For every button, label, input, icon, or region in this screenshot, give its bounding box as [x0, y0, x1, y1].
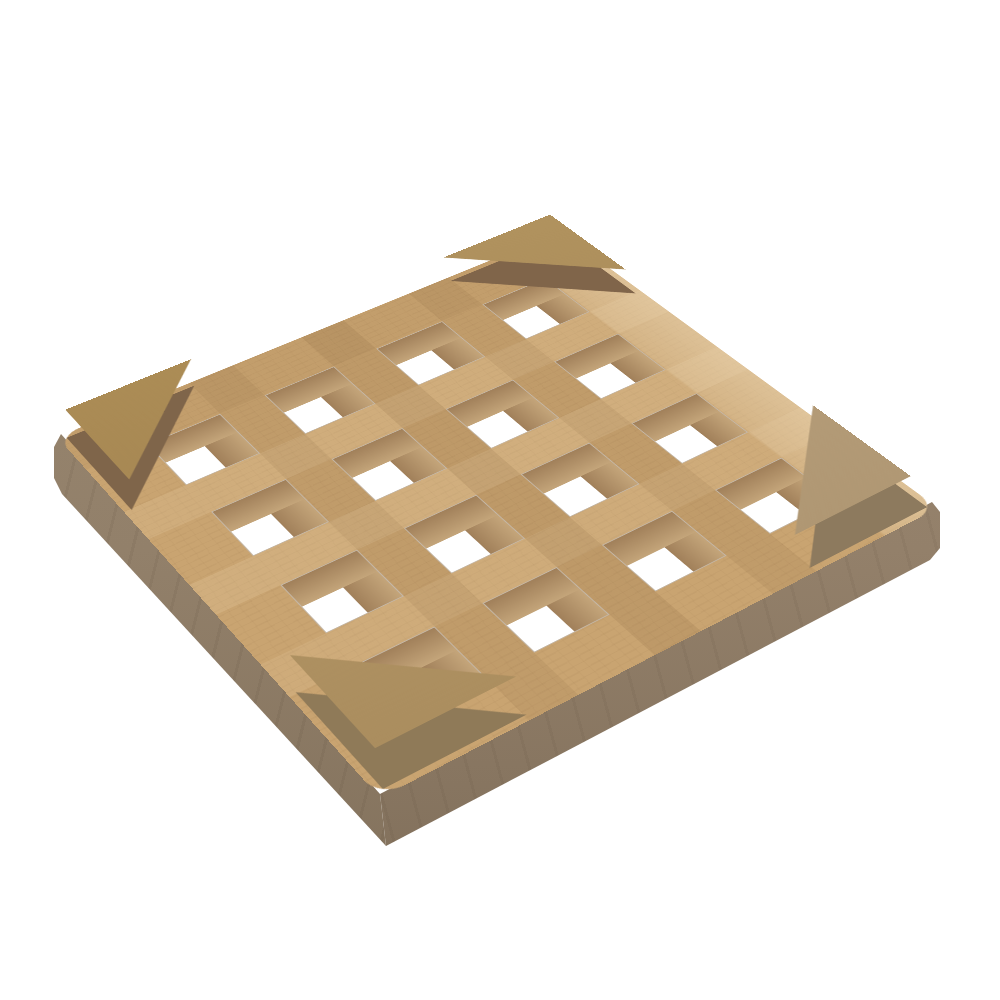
lattice-hole-r1c1	[482, 278, 589, 339]
lattice-hole-r4c2	[211, 479, 329, 556]
lattice-hole-r3c1	[265, 366, 376, 434]
lattice-hole-r2c4	[602, 511, 727, 592]
lattice-hole-r3c4	[482, 567, 609, 653]
lattice-hole-r4c3	[280, 550, 404, 634]
lattice-hole-r4c4	[356, 626, 486, 717]
lattice-hole-r3c2	[331, 428, 447, 501]
lattice-hole-r3c3	[404, 495, 525, 574]
lattice-hole-r1c3	[631, 393, 748, 464]
lattice-hole-r2c3	[521, 443, 640, 518]
lattice-hole-r4c1	[147, 414, 260, 485]
lattice-hole-r1c4	[715, 458, 837, 534]
product-photo-wooden-trivet	[0, 0, 1000, 1000]
trivet-board-top	[57, 232, 938, 798]
lattice-hole-r2c1	[376, 321, 485, 385]
lattice-hole-r2c2	[446, 380, 560, 449]
lattice-hole-r1c2	[554, 334, 666, 399]
